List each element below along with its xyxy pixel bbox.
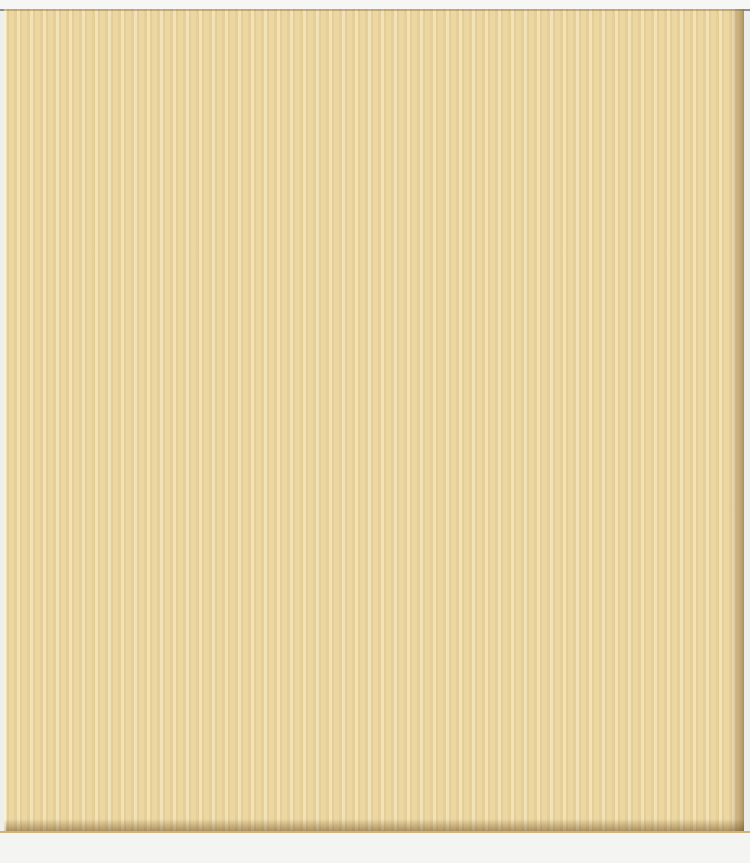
xiangqi-app [0, 0, 750, 863]
bottom-file-labels-bar [0, 831, 750, 863]
board-grid [4, 9, 744, 831]
xiangqi-board[interactable] [4, 9, 744, 831]
